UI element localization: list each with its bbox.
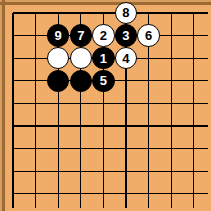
stone-black-3: 3 <box>115 24 138 47</box>
move-number: 4 <box>122 52 129 65</box>
grid-hline <box>13 171 208 172</box>
grid-hline <box>13 193 208 194</box>
go-board: 897236145 <box>0 0 211 211</box>
grid-hline <box>13 125 208 126</box>
grid-hline <box>13 148 208 149</box>
grid-hline <box>13 12 208 13</box>
move-number: 5 <box>100 74 107 87</box>
move-number: 1 <box>100 52 107 65</box>
stone-black-9: 9 <box>47 24 70 47</box>
stone-white-8: 8 <box>115 2 138 25</box>
stone-black-plain <box>47 70 70 93</box>
board-edge-top <box>0 2 211 5</box>
grid-vline <box>171 13 172 208</box>
move-number: 8 <box>122 6 129 19</box>
move-number: 7 <box>77 29 84 42</box>
stone-black-1: 1 <box>92 47 115 70</box>
move-number: 2 <box>100 29 107 42</box>
stone-white-2: 2 <box>92 24 115 47</box>
move-number: 6 <box>145 29 152 42</box>
grid-vline <box>35 13 36 208</box>
move-number: 3 <box>122 29 129 42</box>
board-edge-left <box>2 0 5 211</box>
stone-white-plain <box>47 47 70 70</box>
stone-black-plain <box>70 70 93 93</box>
stone-white-4: 4 <box>115 47 138 70</box>
stone-black-5: 5 <box>92 70 115 93</box>
grid-vline <box>193 13 194 208</box>
grid-hline <box>13 103 208 104</box>
grid-vline <box>12 13 13 208</box>
stone-white-6: 6 <box>137 24 160 47</box>
move-number: 9 <box>55 29 62 42</box>
stone-black-7: 7 <box>70 24 93 47</box>
stone-white-plain <box>70 47 93 70</box>
